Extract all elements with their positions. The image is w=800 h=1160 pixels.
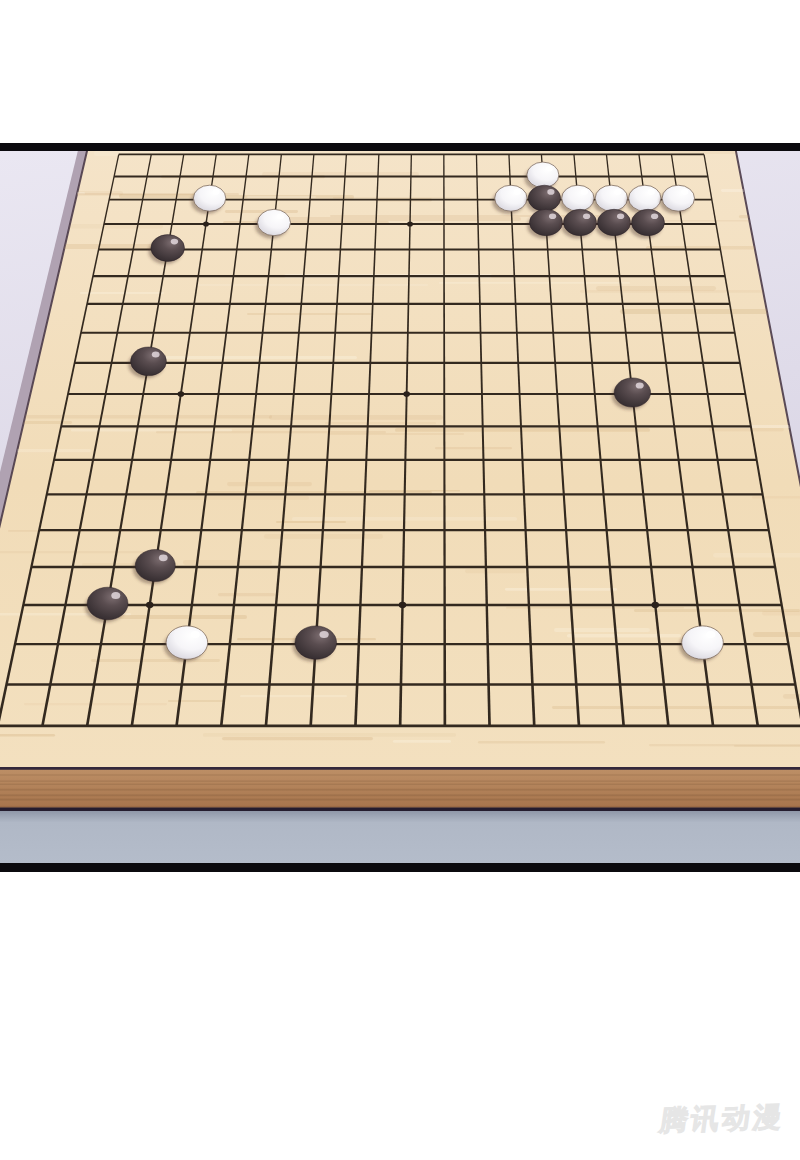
wood-grain-streak (721, 189, 800, 192)
front-face-grain (0, 774, 800, 775)
black-stone (135, 550, 175, 582)
stone-highlight (546, 166, 553, 171)
stone-highlight (583, 213, 590, 219)
front-face-grain (0, 784, 800, 785)
wood-grain-streak (439, 282, 630, 284)
stone-highlight (681, 189, 688, 195)
wood-grain-streak (739, 215, 800, 218)
stone-highlight (171, 239, 178, 245)
wood-grain-streak (227, 482, 312, 486)
wood-grain-streak (269, 415, 443, 420)
stone-highlight (581, 189, 588, 195)
black-stone (131, 347, 167, 376)
stone-highlight (277, 213, 284, 219)
stone-highlight (152, 351, 160, 357)
wood-grain-streak (203, 733, 456, 737)
panel-border-bottom (0, 863, 800, 872)
wood-grain-streak (91, 659, 220, 662)
wood-grain-streak (225, 210, 298, 213)
white-stone (562, 185, 594, 211)
wood-grain-streak (281, 217, 521, 221)
wood-grain-streak (552, 706, 800, 709)
wood-grain-streak (168, 700, 224, 702)
wood-grain-streak (393, 740, 451, 743)
black-stone (632, 209, 665, 235)
stone-highlight (320, 631, 329, 638)
wood-grain-streak (119, 194, 200, 198)
stone-highlight (159, 554, 168, 561)
wood-grain-streak (752, 496, 800, 499)
go-scene (0, 151, 800, 863)
wood-grain-streak (567, 634, 681, 638)
stone-highlight (111, 592, 120, 599)
stone-highlight (191, 631, 200, 638)
star-point (652, 602, 659, 608)
stone-highlight (651, 213, 658, 219)
wood-grain-streak (196, 284, 428, 286)
black-stone (598, 209, 631, 235)
wood-grain-streak (0, 415, 272, 418)
wood-grain-streak (0, 347, 19, 351)
front-face-grain (0, 794, 800, 796)
board-front-face (0, 768, 800, 808)
wood-grain-streak (0, 551, 164, 553)
panel-border-top (0, 143, 800, 151)
wood-grain-streak (0, 734, 55, 737)
white-stone (495, 185, 527, 211)
black-stone (151, 235, 185, 262)
front-face-grain (0, 789, 800, 791)
wood-grain-streak (435, 447, 512, 449)
stone-highlight (547, 189, 554, 195)
front-face-grain (0, 781, 800, 782)
star-point (178, 391, 185, 397)
wood-grain-streak (465, 569, 525, 573)
black-stone (295, 626, 337, 659)
star-point (403, 391, 410, 397)
white-stone (682, 626, 724, 659)
star-point (407, 221, 413, 226)
watermark-text: 腾讯动漫 (657, 1098, 787, 1140)
comic-page: 腾讯动漫 (0, 0, 800, 1160)
board-front-bottom-edge (0, 808, 800, 812)
wood-grain-streak (222, 737, 373, 740)
white-stone (258, 209, 291, 235)
black-stone (528, 185, 560, 211)
stone-highlight (213, 189, 220, 195)
wood-grain-streak (80, 292, 164, 294)
floor (0, 811, 800, 863)
wood-grain-streak (762, 611, 800, 616)
wood-grain-streak (580, 290, 776, 293)
stone-highlight (648, 189, 655, 195)
wood-grain-streak (124, 496, 309, 500)
wood-grain-streak (709, 428, 784, 431)
stone-highlight (636, 382, 644, 388)
stone-highlight (614, 189, 621, 195)
wood-grain-streak (764, 190, 800, 195)
wood-grain-streak (118, 615, 247, 619)
white-stone (193, 185, 225, 211)
black-stone (87, 587, 128, 620)
wood-grain-streak (734, 745, 800, 747)
white-stone (595, 185, 627, 211)
star-point (146, 602, 153, 608)
star-point (203, 221, 209, 226)
white-stone (629, 185, 661, 211)
wood-grain-streak (325, 422, 436, 424)
black-stone (564, 209, 597, 235)
wood-grain-streak (247, 313, 371, 315)
wood-grain-streak (505, 588, 617, 591)
stone-highlight (514, 189, 521, 195)
wood-grain-streak (240, 695, 347, 697)
wood-grain-streak (620, 309, 800, 314)
stone-highlight (706, 631, 715, 638)
wood-grain-streak (276, 521, 346, 523)
wood-grain-streak (478, 741, 605, 744)
wood-grain-streak (713, 553, 800, 557)
stone-highlight (549, 213, 556, 219)
white-stone (527, 162, 559, 188)
wood-grain-streak (554, 628, 650, 632)
black-stone (530, 209, 563, 235)
wood-grain-streak (139, 356, 357, 359)
stone-highlight (617, 213, 624, 219)
go-board (0, 151, 800, 863)
black-stone (614, 378, 650, 407)
wood-grain-streak (218, 593, 275, 596)
wood-grain-streak (753, 632, 800, 637)
wood-grain-streak (247, 196, 316, 198)
white-stone (662, 185, 694, 211)
white-stone (166, 626, 208, 659)
star-point (399, 602, 406, 608)
front-face-grain (0, 799, 800, 801)
wood-grain-streak (395, 428, 650, 432)
wood-grain-streak (156, 431, 386, 433)
